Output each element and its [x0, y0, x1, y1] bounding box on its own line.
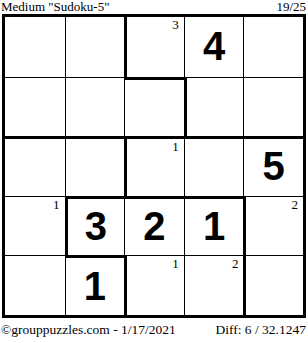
- cell-corner-clue: 2: [232, 256, 239, 271]
- cell-corner-clue: 1: [53, 197, 60, 212]
- cell-r3c3[interactable]: 1: [124, 136, 184, 196]
- puzzle-progress: 19/25: [276, 0, 306, 13]
- cell-r1c2[interactable]: [65, 17, 125, 77]
- cell-value: 5: [263, 146, 285, 186]
- puzzle-page: Medium "Sudoku-5" 19/25 341513212112 ©gr…: [0, 0, 308, 343]
- puzzle-title: Medium "Sudoku-5": [1, 0, 109, 13]
- cell-r1c3[interactable]: 3: [124, 17, 184, 77]
- cell-r5c4[interactable]: 2: [184, 255, 244, 315]
- cell-r4c1[interactable]: 1: [5, 196, 65, 256]
- cell-value: 1: [84, 266, 106, 306]
- cell-corner-clue: 2: [291, 197, 298, 212]
- cell-r4c4[interactable]: 1: [184, 196, 244, 256]
- cell-corner-clue: 1: [172, 256, 179, 271]
- difficulty-rating: Diff: 6 / 32.1247: [216, 322, 307, 337]
- cell-r2c4[interactable]: [184, 77, 244, 137]
- cell-r3c2[interactable]: [65, 136, 125, 196]
- cell-r5c3[interactable]: 1: [124, 255, 184, 315]
- cell-r3c5[interactable]: 5: [243, 136, 303, 196]
- cell-value: 1: [203, 206, 225, 246]
- cell-r2c5[interactable]: [243, 77, 303, 137]
- sudoku-grid: 341513212112: [2, 14, 306, 318]
- cell-r2c1[interactable]: [5, 77, 65, 137]
- cell-r1c5[interactable]: [243, 17, 303, 77]
- cell-r5c2[interactable]: 1: [65, 255, 125, 315]
- puzzle-footer: ©grouppuzzles.com - 1/17/2021 Diff: 6 / …: [0, 318, 308, 337]
- cell-r4c5[interactable]: 2: [243, 196, 303, 256]
- cell-r4c3[interactable]: 2: [124, 196, 184, 256]
- cell-r2c3[interactable]: [124, 77, 184, 137]
- cell-r3c4[interactable]: [184, 136, 244, 196]
- cell-corner-clue: 1: [172, 139, 179, 154]
- cell-corner-clue: 3: [172, 17, 179, 32]
- cell-r5c1[interactable]: [5, 255, 65, 315]
- copyright-credit: ©grouppuzzles.com - 1/17/2021: [1, 322, 176, 337]
- cell-r4c2[interactable]: 3: [65, 196, 125, 256]
- cell-r5c5[interactable]: [243, 255, 303, 315]
- cell-r1c4[interactable]: 4: [184, 17, 244, 77]
- cell-value: 2: [143, 206, 165, 246]
- cell-r1c1[interactable]: [5, 17, 65, 77]
- cell-value: 4: [203, 26, 225, 66]
- puzzle-header: Medium "Sudoku-5" 19/25: [0, 0, 308, 14]
- cell-value: 3: [85, 206, 107, 246]
- cell-r2c2[interactable]: [65, 77, 125, 137]
- cell-r3c1[interactable]: [5, 136, 65, 196]
